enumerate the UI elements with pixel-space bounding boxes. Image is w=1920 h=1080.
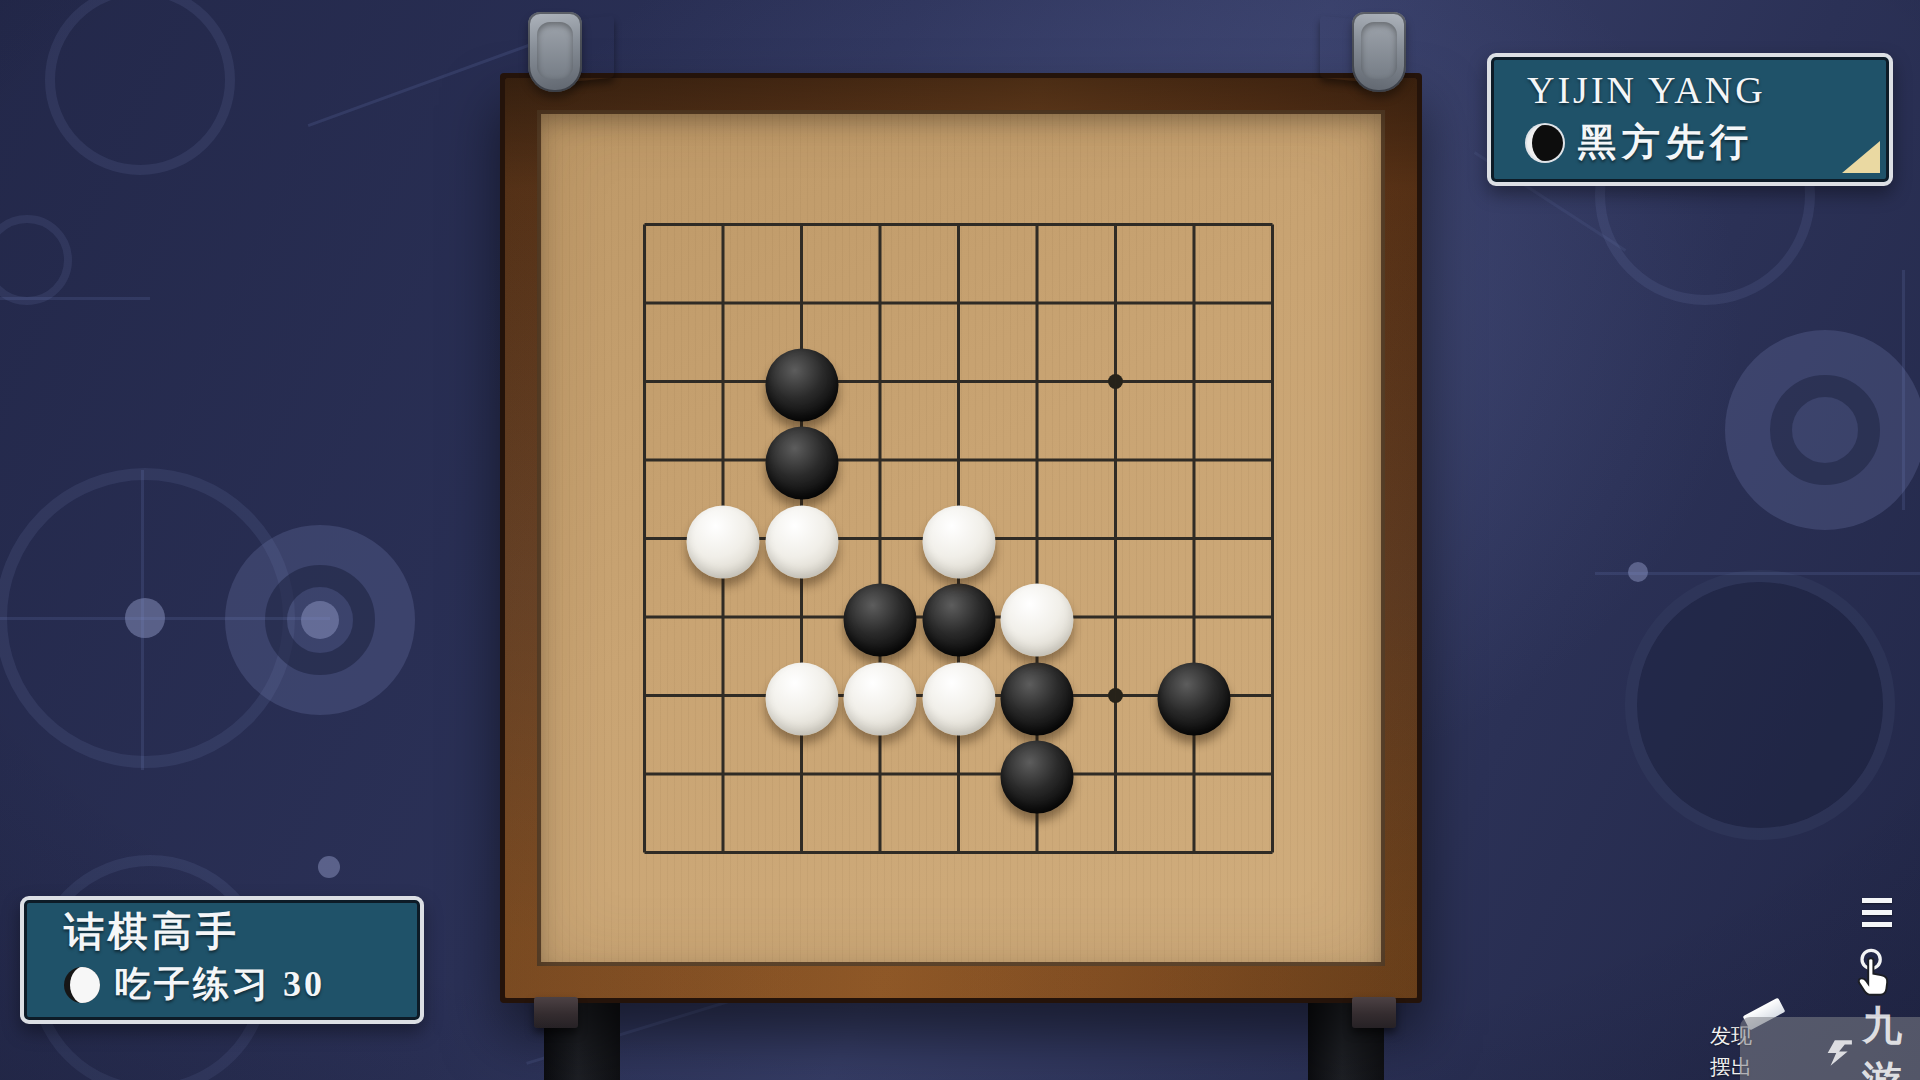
stone-white bbox=[687, 505, 760, 578]
watermark-logo-icon bbox=[1822, 1035, 1856, 1071]
pointing-hand-cursor bbox=[1850, 946, 1902, 1006]
bg-line bbox=[141, 470, 144, 770]
watermark-badge: 九游 bbox=[1740, 1017, 1920, 1080]
bg-disc bbox=[1725, 330, 1920, 530]
app-screen: YIJIN YANG 黑方先行 诘棋高手 吃子练习 30 发现 摆出 九游 bbox=[0, 0, 1920, 1080]
stone-black bbox=[1001, 740, 1074, 813]
bg-line bbox=[0, 297, 150, 300]
go-grid[interactable] bbox=[643, 223, 1274, 854]
bg-line bbox=[1595, 572, 1920, 575]
stone-black bbox=[1158, 662, 1231, 735]
stone-black bbox=[1001, 662, 1074, 735]
bg-ring bbox=[0, 468, 295, 768]
white-stone-icon bbox=[64, 967, 100, 1003]
board-surface[interactable] bbox=[537, 110, 1385, 966]
stone-white bbox=[922, 662, 995, 735]
clamp-front bbox=[1352, 12, 1406, 92]
bg-disc bbox=[225, 525, 415, 715]
board-clamp-left bbox=[528, 12, 620, 92]
puzzle-title: 诘棋高手 bbox=[64, 908, 420, 956]
black-stone-icon bbox=[1527, 125, 1563, 161]
bg-ring bbox=[1625, 570, 1895, 840]
stone-black bbox=[922, 583, 995, 656]
frame-foot-left bbox=[534, 997, 578, 1028]
bg-ring bbox=[45, 0, 235, 175]
watermark-logo-text: 九游 bbox=[1862, 998, 1920, 1080]
bg-dot bbox=[125, 598, 165, 638]
stone-white bbox=[844, 662, 917, 735]
stone-black bbox=[765, 426, 838, 499]
turn-label: 黑方先行 bbox=[1578, 117, 1754, 168]
bg-line bbox=[0, 617, 330, 620]
bg-dot bbox=[1628, 562, 1648, 582]
stone-white bbox=[922, 505, 995, 578]
frame-foot-right bbox=[1352, 997, 1396, 1028]
stone-white bbox=[1001, 583, 1074, 656]
corner-triangle-badge[interactable] bbox=[1842, 141, 1880, 173]
board-frame bbox=[500, 73, 1422, 1003]
stone-white bbox=[765, 505, 838, 578]
stone-black bbox=[844, 583, 917, 656]
bg-dot bbox=[318, 856, 340, 878]
bg-ring bbox=[0, 215, 72, 305]
player-name: YIJIN YANG bbox=[1527, 67, 1889, 113]
puzzle-panel: 诘棋高手 吃子练习 30 bbox=[20, 896, 424, 1024]
stone-white bbox=[765, 662, 838, 735]
board-clamp-right bbox=[1314, 12, 1406, 92]
hamburger-menu-button[interactable] bbox=[1862, 898, 1892, 934]
puzzle-subtitle: 吃子练习 30 bbox=[115, 960, 325, 1009]
bg-line bbox=[1902, 270, 1905, 510]
clamp-front bbox=[528, 12, 582, 92]
stone-black bbox=[765, 348, 838, 421]
player-panel: YIJIN YANG 黑方先行 bbox=[1487, 53, 1893, 186]
